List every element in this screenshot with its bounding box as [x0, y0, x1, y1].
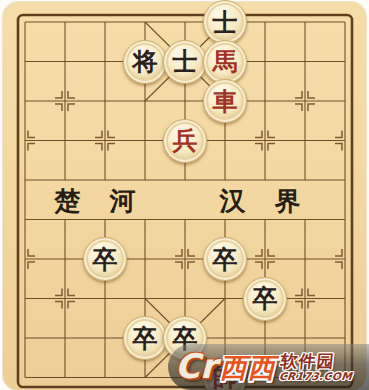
piece-black-soldier[interactable]: 卒 [203, 237, 247, 281]
site-name-block: 软件园 CR173.COM [278, 353, 354, 382]
piece-glyph: 卒 [213, 247, 238, 272]
site-name-suffix: 软件园 [279, 353, 354, 370]
piece-glyph: 士 [173, 49, 198, 74]
piece-glyph: 卒 [133, 326, 158, 351]
xiangqi-board[interactable]: 楚 河 汉 界 士将士馬車兵卒卒卒卒卒帥 [3, 2, 366, 390]
piece-glyph: 卒 [253, 286, 278, 311]
river-label-left: 楚 河 [54, 184, 145, 219]
site-watermark-bar: Cr 西西 软件园 CR173.COM [168, 344, 369, 390]
piece-red-chariot[interactable]: 車 [203, 79, 247, 123]
piece-glyph: 車 [213, 89, 238, 114]
piece-red-horse[interactable]: 馬 [203, 40, 247, 84]
piece-black-soldier[interactable]: 卒 [123, 316, 167, 360]
piece-glyph: 馬 [213, 49, 238, 74]
piece-black-advisor[interactable]: 士 [203, 0, 247, 44]
piece-glyph: 将 [133, 49, 158, 74]
piece-black-general[interactable]: 将 [123, 40, 167, 84]
piece-red-soldier[interactable]: 兵 [163, 119, 207, 163]
piece-black-soldier[interactable]: 卒 [83, 237, 127, 281]
piece-glyph: 士 [213, 10, 238, 35]
site-domain: CR173.COM [278, 371, 352, 382]
piece-black-soldier[interactable]: 卒 [243, 277, 287, 321]
site-logo-monogram-icon: Cr [175, 349, 217, 383]
piece-black-advisor[interactable]: 士 [163, 40, 207, 84]
river-label-right: 汉 界 [219, 184, 310, 219]
app-window: 楚 河 汉 界 士将士馬車兵卒卒卒卒卒帥 Cr 西西 软件园 CR173.COM [0, 0, 369, 390]
site-name: 西西 [220, 354, 276, 381]
piece-glyph: 兵 [173, 128, 198, 153]
piece-glyph: 卒 [93, 247, 118, 272]
